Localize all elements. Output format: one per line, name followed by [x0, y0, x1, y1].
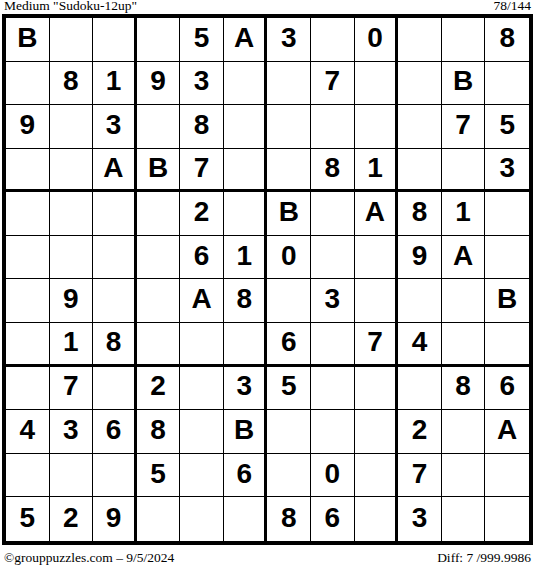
- cell-r3c4[interactable]: [137, 105, 181, 149]
- cell-r4c8: 8: [311, 149, 355, 193]
- cell-r5c5: 2: [180, 192, 224, 236]
- cell-r4c1[interactable]: [6, 149, 50, 193]
- cell-r10c12: A: [485, 410, 529, 454]
- cell-r11c2[interactable]: [50, 454, 94, 498]
- cell-r5c7: B: [267, 192, 311, 236]
- cell-r9c5[interactable]: [180, 367, 224, 411]
- cell-r11c12[interactable]: [485, 454, 529, 498]
- cell-r9c3[interactable]: [93, 367, 137, 411]
- cell-r4c12: 3: [485, 149, 529, 193]
- cell-r1c3[interactable]: [93, 18, 137, 62]
- cell-r4c2[interactable]: [50, 149, 94, 193]
- cell-r7c10[interactable]: [398, 279, 442, 323]
- footer-copyright: ©grouppuzzles.com – 9/5/2024: [4, 550, 174, 566]
- cell-r10c6: B: [224, 410, 268, 454]
- cell-r8c8[interactable]: [311, 323, 355, 367]
- cell-r2c2: 8: [50, 62, 94, 106]
- cell-r2c5: 3: [180, 62, 224, 106]
- cell-r11c1[interactable]: [6, 454, 50, 498]
- cell-r4c4: B: [137, 149, 181, 193]
- cell-r10c5[interactable]: [180, 410, 224, 454]
- cell-r9c6: 3: [224, 367, 268, 411]
- cell-r1c1: B: [6, 18, 50, 62]
- cell-r10c8[interactable]: [311, 410, 355, 454]
- puzzle-page: Medium "Sudoku-12up" 78/144 B5A30881937B…: [0, 0, 535, 569]
- cell-r5c10: 8: [398, 192, 442, 236]
- cell-r6c5: 6: [180, 236, 224, 280]
- cell-r10c10: 2: [398, 410, 442, 454]
- cell-r1c7: 3: [267, 18, 311, 62]
- cell-r1c8[interactable]: [311, 18, 355, 62]
- cell-r6c7: 0: [267, 236, 311, 280]
- cell-r11c8: 0: [311, 454, 355, 498]
- cell-r2c10[interactable]: [398, 62, 442, 106]
- cell-r12c1: 5: [6, 497, 50, 541]
- cell-r4c5: 7: [180, 149, 224, 193]
- cell-r8c1[interactable]: [6, 323, 50, 367]
- cell-r4c3: A: [93, 149, 137, 193]
- cell-r2c7[interactable]: [267, 62, 311, 106]
- cell-r5c11: 1: [442, 192, 486, 236]
- cell-r9c8[interactable]: [311, 367, 355, 411]
- cell-r7c5: A: [180, 279, 224, 323]
- cell-r3c8[interactable]: [311, 105, 355, 149]
- cell-r4c6[interactable]: [224, 149, 268, 193]
- cell-r6c9[interactable]: [355, 236, 399, 280]
- cell-r10c2: 3: [50, 410, 94, 454]
- cell-r9c2: 7: [50, 367, 94, 411]
- cell-r6c11: A: [442, 236, 486, 280]
- cell-r7c12: B: [485, 279, 529, 323]
- cell-r7c3[interactable]: [93, 279, 137, 323]
- cell-r2c3: 1: [93, 62, 137, 106]
- cell-r2c9[interactable]: [355, 62, 399, 106]
- cell-r11c9[interactable]: [355, 454, 399, 498]
- cell-r7c8: 3: [311, 279, 355, 323]
- cell-r6c1[interactable]: [6, 236, 50, 280]
- cell-r8c2: 1: [50, 323, 94, 367]
- cell-r6c10: 9: [398, 236, 442, 280]
- cell-r7c9[interactable]: [355, 279, 399, 323]
- cell-r11c7[interactable]: [267, 454, 311, 498]
- cell-r4c11[interactable]: [442, 149, 486, 193]
- cell-r1c2[interactable]: [50, 18, 94, 62]
- cell-r8c9: 7: [355, 323, 399, 367]
- cell-r11c6: 6: [224, 454, 268, 498]
- cell-r4c10[interactable]: [398, 149, 442, 193]
- cell-r11c11[interactable]: [442, 454, 486, 498]
- cell-r9c1[interactable]: [6, 367, 50, 411]
- cell-r1c9: 0: [355, 18, 399, 62]
- cell-r9c11: 8: [442, 367, 486, 411]
- cell-r4c7[interactable]: [267, 149, 311, 193]
- cell-r9c12: 6: [485, 367, 529, 411]
- cell-r7c1[interactable]: [6, 279, 50, 323]
- cell-r1c10[interactable]: [398, 18, 442, 62]
- cell-r12c6[interactable]: [224, 497, 268, 541]
- cell-r5c4[interactable]: [137, 192, 181, 236]
- cell-r8c3: 8: [93, 323, 137, 367]
- cell-r7c4[interactable]: [137, 279, 181, 323]
- cell-r2c12[interactable]: [485, 62, 529, 106]
- cell-r10c11[interactable]: [442, 410, 486, 454]
- cell-r3c5: 8: [180, 105, 224, 149]
- cell-r12c12[interactable]: [485, 497, 529, 541]
- cell-r9c7: 5: [267, 367, 311, 411]
- cell-r2c6[interactable]: [224, 62, 268, 106]
- cell-r5c6[interactable]: [224, 192, 268, 236]
- cell-r10c1: 4: [6, 410, 50, 454]
- cell-r10c4: 8: [137, 410, 181, 454]
- cell-r10c7[interactable]: [267, 410, 311, 454]
- cells-remaining-counter: 78/144: [493, 0, 531, 13]
- cell-r12c5[interactable]: [180, 497, 224, 541]
- cell-r8c10: 4: [398, 323, 442, 367]
- cell-r7c7[interactable]: [267, 279, 311, 323]
- cell-r6c2[interactable]: [50, 236, 94, 280]
- cell-r11c10: 7: [398, 454, 442, 498]
- cell-r12c10: 3: [398, 497, 442, 541]
- cell-r5c2[interactable]: [50, 192, 94, 236]
- cell-r1c11[interactable]: [442, 18, 486, 62]
- cell-r2c8: 7: [311, 62, 355, 106]
- cell-r12c7: 8: [267, 497, 311, 541]
- cell-r1c5: 5: [180, 18, 224, 62]
- cell-r2c1[interactable]: [6, 62, 50, 106]
- cell-r1c6: A: [224, 18, 268, 62]
- cell-r5c1[interactable]: [6, 192, 50, 236]
- cell-r2c4: 9: [137, 62, 181, 106]
- footer-difficulty: Diff: 7 /999.9986: [437, 550, 531, 566]
- cell-r10c9[interactable]: [355, 410, 399, 454]
- cell-r5c8[interactable]: [311, 192, 355, 236]
- cell-r5c3[interactable]: [93, 192, 137, 236]
- cell-r12c4[interactable]: [137, 497, 181, 541]
- cell-r3c9[interactable]: [355, 105, 399, 149]
- cell-r8c7: 6: [267, 323, 311, 367]
- header: Medium "Sudoku-12up" 78/144: [4, 0, 531, 13]
- cell-r9c9[interactable]: [355, 367, 399, 411]
- footer: ©grouppuzzles.com – 9/5/2024 Diff: 7 /99…: [4, 550, 531, 566]
- cell-r9c10[interactable]: [398, 367, 442, 411]
- cell-r8c4[interactable]: [137, 323, 181, 367]
- cell-r2c11: B: [442, 62, 486, 106]
- cell-r3c12: 5: [485, 105, 529, 149]
- cell-r12c9[interactable]: [355, 497, 399, 541]
- cell-r6c12[interactable]: [485, 236, 529, 280]
- cell-r8c5[interactable]: [180, 323, 224, 367]
- cell-r3c3: 3: [93, 105, 137, 149]
- cell-r6c8[interactable]: [311, 236, 355, 280]
- cell-r8c11[interactable]: [442, 323, 486, 367]
- cell-r11c5[interactable]: [180, 454, 224, 498]
- cell-r7c2: 9: [50, 279, 94, 323]
- cell-r5c9: A: [355, 192, 399, 236]
- cell-r3c1: 9: [6, 105, 50, 149]
- cell-r8c6[interactable]: [224, 323, 268, 367]
- cell-r5c12[interactable]: [485, 192, 529, 236]
- cell-r12c11[interactable]: [442, 497, 486, 541]
- cell-r3c7[interactable]: [267, 105, 311, 149]
- cell-r12c8: 6: [311, 497, 355, 541]
- cell-r3c11: 7: [442, 105, 486, 149]
- cell-r4c9: 1: [355, 149, 399, 193]
- cell-r1c4[interactable]: [137, 18, 181, 62]
- sudoku-board: B5A30881937B93875AB78132BA816109A9A83B18…: [2, 14, 533, 545]
- cell-r7c6: 8: [224, 279, 268, 323]
- page-title: Medium "Sudoku-12up": [4, 0, 137, 13]
- cell-r6c6: 1: [224, 236, 268, 280]
- cell-r7c11[interactable]: [442, 279, 486, 323]
- cell-r12c2: 2: [50, 497, 94, 541]
- cell-r3c10[interactable]: [398, 105, 442, 149]
- cell-r6c3[interactable]: [93, 236, 137, 280]
- cell-r1c12: 8: [485, 18, 529, 62]
- cell-r3c2[interactable]: [50, 105, 94, 149]
- cell-r6c4[interactable]: [137, 236, 181, 280]
- cell-r8c12[interactable]: [485, 323, 529, 367]
- cell-r9c4: 2: [137, 367, 181, 411]
- cell-r10c3: 6: [93, 410, 137, 454]
- cell-r11c3[interactable]: [93, 454, 137, 498]
- cell-r12c3: 9: [93, 497, 137, 541]
- cell-r11c4: 5: [137, 454, 181, 498]
- cell-r3c6[interactable]: [224, 105, 268, 149]
